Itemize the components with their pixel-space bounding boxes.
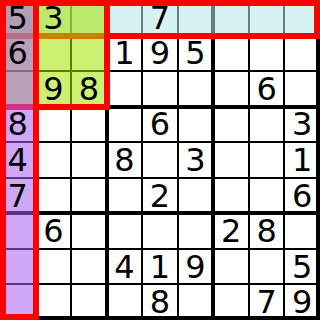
cell-r2c5: 9 xyxy=(142,36,178,72)
cell-r4c1: 8 xyxy=(0,107,36,143)
cell-r4c5: 6 xyxy=(142,107,178,143)
cell-r1c2: 3 xyxy=(36,0,72,36)
cell-r2c2 xyxy=(36,36,72,72)
cell-r6c6 xyxy=(178,178,214,214)
cell-r9c6 xyxy=(178,284,214,320)
cell-r6c2 xyxy=(36,178,72,214)
cell-r6c7 xyxy=(213,178,249,214)
cell-r1c3 xyxy=(71,0,107,36)
cell-r3c5 xyxy=(142,71,178,107)
cell-r5c7 xyxy=(213,142,249,178)
cell-r8c1 xyxy=(0,249,36,285)
cell-r6c9: 6 xyxy=(284,178,320,214)
cell-r9c9: 9 xyxy=(284,284,320,320)
cell-r5c8 xyxy=(249,142,285,178)
cell-r5c2 xyxy=(36,142,72,178)
cell-r7c8: 8 xyxy=(249,213,285,249)
cell-r4c3 xyxy=(71,107,107,143)
cell-r5c4: 8 xyxy=(107,142,143,178)
cell-r4c6 xyxy=(178,107,214,143)
cell-r8c4: 4 xyxy=(107,249,143,285)
cell-r3c3: 8 xyxy=(71,71,107,107)
cell-r5c9: 1 xyxy=(284,142,320,178)
cell-r7c7: 2 xyxy=(213,213,249,249)
cell-r5c1: 4 xyxy=(0,142,36,178)
cell-r2c9 xyxy=(284,36,320,72)
cell-r1c7 xyxy=(213,0,249,36)
cell-r1c5: 7 xyxy=(142,0,178,36)
cell-r8c5: 1 xyxy=(142,249,178,285)
cell-r7c5 xyxy=(142,213,178,249)
cell-r1c1: 5 xyxy=(0,0,36,36)
cell-r8c2 xyxy=(36,249,72,285)
cell-r9c4 xyxy=(107,284,143,320)
cell-r5c3 xyxy=(71,142,107,178)
cell-r6c8 xyxy=(249,178,285,214)
cell-r9c5: 8 xyxy=(142,284,178,320)
cell-r5c6: 3 xyxy=(178,142,214,178)
cell-r3c4 xyxy=(107,71,143,107)
cell-r7c3 xyxy=(71,213,107,249)
cell-r1c6 xyxy=(178,0,214,36)
cell-r8c6: 9 xyxy=(178,249,214,285)
cell-r4c2 xyxy=(36,107,72,143)
cell-r1c4 xyxy=(107,0,143,36)
cells-layer: 537619598686348317266284195879 xyxy=(0,0,320,320)
cell-r3c1 xyxy=(0,71,36,107)
cell-r2c3 xyxy=(71,36,107,72)
cell-r7c6 xyxy=(178,213,214,249)
cell-r2c1: 6 xyxy=(0,36,36,72)
cell-r2c6: 5 xyxy=(178,36,214,72)
cell-r8c9: 5 xyxy=(284,249,320,285)
cell-r4c8 xyxy=(249,107,285,143)
cell-r7c9 xyxy=(284,213,320,249)
cell-r4c4 xyxy=(107,107,143,143)
cell-r8c7 xyxy=(213,249,249,285)
cell-r3c2: 9 xyxy=(36,71,72,107)
cell-r2c7 xyxy=(213,36,249,72)
cell-r6c4 xyxy=(107,178,143,214)
cell-r8c3 xyxy=(71,249,107,285)
cell-r9c8: 7 xyxy=(249,284,285,320)
cell-r4c9: 3 xyxy=(284,107,320,143)
cell-r9c7 xyxy=(213,284,249,320)
cell-r2c4: 1 xyxy=(107,36,143,72)
cell-r1c9 xyxy=(284,0,320,36)
cell-r9c3 xyxy=(71,284,107,320)
cell-r9c1 xyxy=(0,284,36,320)
cell-r5c5 xyxy=(142,142,178,178)
cell-r9c2 xyxy=(36,284,72,320)
sudoku-board: 537619598686348317266284195879 xyxy=(0,0,320,320)
cell-r3c6 xyxy=(178,71,214,107)
cell-r7c2: 6 xyxy=(36,213,72,249)
cell-r8c8 xyxy=(249,249,285,285)
cell-r6c1: 7 xyxy=(0,178,36,214)
cell-r3c9 xyxy=(284,71,320,107)
cell-r6c5: 2 xyxy=(142,178,178,214)
cell-r3c7 xyxy=(213,71,249,107)
cell-r6c3 xyxy=(71,178,107,214)
cell-r7c1 xyxy=(0,213,36,249)
cell-r2c8 xyxy=(249,36,285,72)
cell-r4c7 xyxy=(213,107,249,143)
cell-r3c8: 6 xyxy=(249,71,285,107)
cell-r7c4 xyxy=(107,213,143,249)
cell-r1c8 xyxy=(249,0,285,36)
